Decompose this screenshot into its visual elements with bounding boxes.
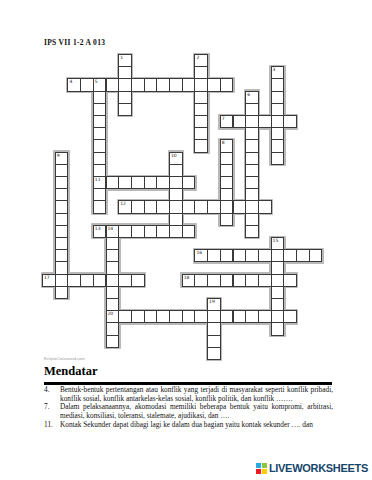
crossword-cell[interactable] — [106, 286, 120, 299]
clue-number-label: 14 — [108, 226, 114, 231]
crossword-cell[interactable] — [55, 286, 69, 299]
crossword-cell[interactable] — [156, 200, 170, 213]
crossword-cell[interactable] — [271, 274, 285, 287]
crossword-cell[interactable] — [220, 188, 234, 201]
crossword-cell[interactable] — [144, 176, 158, 189]
crossword-cell[interactable] — [55, 164, 69, 177]
crossword-cell[interactable] — [194, 78, 208, 91]
crossword-cell[interactable] — [271, 249, 285, 262]
liveworksheets-logo: LIVEWORKSHEETS — [256, 462, 368, 474]
crossword-cell[interactable] — [233, 274, 247, 287]
crossword-cell[interactable] — [245, 164, 259, 177]
crossword-cell[interactable] — [245, 139, 259, 152]
clue-number-label: 7 — [222, 116, 225, 121]
crossword-cell[interactable] — [271, 127, 285, 140]
crossword-grid: 1234567891011121314151617181920 — [0, 0, 372, 372]
crossword-cell[interactable] — [258, 249, 272, 262]
crossword-cell[interactable] — [207, 335, 221, 348]
crossword-cell[interactable] — [55, 200, 69, 213]
clue-item: 7.Dalam pelaksanaannya, akomodasi memili… — [44, 403, 333, 420]
crossword-cell[interactable]: 4 — [67, 78, 81, 91]
crossword-cell[interactable] — [245, 310, 259, 323]
clue-item: 4.Bentuk-bentuk pertentangan atau konfli… — [44, 386, 333, 403]
crossword-cell[interactable] — [131, 225, 145, 238]
crossword-cell[interactable]: 12 — [118, 200, 132, 213]
crossword-cell[interactable] — [93, 127, 107, 140]
crossword-cell[interactable] — [283, 115, 297, 128]
crossword-cell[interactable] — [220, 213, 234, 226]
clue-number-label: 5 — [95, 79, 98, 84]
clue-number-label: 6 — [247, 92, 250, 97]
crossword-cell[interactable] — [144, 78, 158, 91]
worksheet-page: IPS VII 1-2 A 013 1234567891011121314151… — [0, 0, 372, 480]
crossword-cell[interactable] — [245, 188, 259, 201]
crossword-cell[interactable] — [93, 103, 107, 116]
crossword-cell[interactable] — [144, 225, 158, 238]
crossword-cell[interactable] — [194, 310, 208, 323]
crossword-cell[interactable] — [309, 249, 323, 262]
crossword-cell[interactable] — [144, 200, 158, 213]
crossword-cell[interactable]: 10 — [169, 152, 183, 165]
crossword-cell[interactable] — [220, 274, 234, 287]
clue-number-label: 19 — [209, 299, 215, 304]
clue-item-number: 7. — [44, 403, 60, 412]
crossword-cell[interactable] — [55, 249, 69, 262]
crossword-cell[interactable] — [118, 78, 132, 91]
clue-item-number: 11. — [44, 421, 60, 430]
crossword-cell[interactable] — [131, 78, 145, 91]
crossword-cell[interactable] — [245, 274, 259, 287]
clue-item-text: Kontak Sekunder dapat dibagi lagi ke dal… — [60, 421, 333, 430]
crossword-cell[interactable] — [220, 249, 234, 262]
crossword-cell[interactable] — [118, 225, 132, 238]
crossword-cell[interactable] — [156, 310, 170, 323]
crossword-cell[interactable] — [258, 274, 272, 287]
crossword-cell[interactable] — [182, 200, 196, 213]
clue-number-label: 10 — [171, 153, 177, 158]
crossword-cell[interactable] — [55, 225, 69, 238]
crossword-cell[interactable] — [194, 103, 208, 116]
crossword-cell[interactable] — [194, 200, 208, 213]
crossword-cell[interactable] — [106, 322, 120, 335]
crossword-cell[interactable] — [271, 310, 285, 323]
crossword-cell[interactable] — [93, 152, 107, 165]
crossword-cell[interactable] — [55, 213, 69, 226]
clue-number-label: 12 — [120, 201, 126, 206]
crossword-cell[interactable] — [118, 91, 132, 104]
crossword-cell[interactable] — [271, 139, 285, 152]
crossword-cell[interactable] — [271, 152, 285, 165]
crossword-cell[interactable] — [207, 310, 221, 323]
clue-number-label: 16 — [196, 250, 202, 255]
crossword-cell[interactable] — [67, 274, 81, 287]
crossword-cell[interactable] — [220, 200, 234, 213]
clue-number-label: 9 — [57, 153, 60, 158]
crossword-cell[interactable] — [80, 78, 94, 91]
crossword-cell[interactable] — [93, 188, 107, 201]
crossword-cell[interactable] — [182, 225, 196, 238]
crossword-cell[interactable] — [296, 249, 310, 262]
crossword-cell[interactable]: 3 — [271, 66, 285, 79]
crossword-cell[interactable] — [156, 176, 170, 189]
crossword-cell[interactable] — [194, 274, 208, 287]
crossword-cell[interactable]: 18 — [182, 274, 196, 287]
crossword-cell[interactable] — [55, 274, 69, 287]
crossword-cell[interactable] — [106, 261, 120, 274]
crossword-cell[interactable]: 16 — [194, 249, 208, 262]
clue-number-label: 15 — [273, 238, 279, 243]
crossword-cell[interactable] — [55, 261, 69, 274]
crossword-cell[interactable] — [80, 274, 94, 287]
logo-icon-square — [262, 463, 267, 468]
crossword-cell[interactable] — [245, 127, 259, 140]
crossword-cell[interactable] — [194, 66, 208, 79]
liveworksheets-wordmark: LIVEWORKSHEETS — [269, 462, 368, 474]
logo-icon-square — [262, 469, 267, 474]
clue-number-label: 4 — [69, 79, 72, 84]
crossword-cell[interactable] — [131, 310, 145, 323]
crossword-cell[interactable] — [283, 274, 297, 287]
crossword-cell[interactable] — [220, 310, 234, 323]
crossword-cell[interactable] — [233, 249, 247, 262]
clue-number-label: 8 — [222, 140, 225, 145]
crossword-cell[interactable] — [207, 200, 221, 213]
crossword-cell[interactable] — [207, 249, 221, 262]
crossword-cell[interactable] — [258, 115, 272, 128]
crossword-cell[interactable] — [169, 164, 183, 177]
crossword-cell[interactable] — [131, 176, 145, 189]
crossword-cell[interactable] — [194, 91, 208, 104]
crossword-cell[interactable]: 17 — [42, 274, 56, 287]
crossword-cell[interactable] — [106, 274, 120, 287]
crossword-cell[interactable]: 6 — [245, 91, 259, 104]
crossword-cell[interactable] — [220, 164, 234, 177]
crossword-cell[interactable] — [194, 127, 208, 140]
crossword-cell[interactable] — [182, 78, 196, 91]
crossword-cell[interactable] — [182, 176, 196, 189]
crossword-cell[interactable] — [93, 91, 107, 104]
crossword-cell[interactable] — [169, 213, 183, 226]
crossword-cell[interactable] — [106, 176, 120, 189]
crossword-cell[interactable] — [220, 78, 234, 91]
clue-number-label: 13 — [95, 226, 101, 231]
clue-number-label: 2 — [196, 55, 199, 60]
crossword-cell[interactable]: 8 — [220, 139, 234, 152]
crossword-cell[interactable] — [156, 78, 170, 91]
crossword-cell[interactable] — [271, 261, 285, 274]
crossword-cell[interactable] — [207, 78, 221, 91]
clue-item-text: Dalam pelaksanaannya, akomodasi memiliki… — [60, 403, 333, 420]
across-heading: Mendatar — [44, 364, 97, 379]
clue-item-number: 4. — [44, 386, 60, 395]
crossword-cell[interactable] — [245, 213, 259, 226]
crossword-cell[interactable] — [245, 225, 259, 238]
crossword-cell[interactable] — [283, 249, 297, 262]
clue-number-label: 1 — [120, 55, 123, 60]
clue-number-label: 11 — [95, 177, 101, 182]
crossword-cell[interactable]: 9 — [55, 152, 69, 165]
crossword-cell[interactable] — [258, 200, 272, 213]
crossword-cell[interactable] — [245, 249, 259, 262]
crossword-cell[interactable] — [118, 310, 132, 323]
crossword-cell[interactable] — [118, 274, 132, 287]
logo-icon-square — [256, 463, 261, 468]
crossword-cell[interactable] — [271, 103, 285, 116]
clue-number-label: 20 — [108, 311, 114, 316]
crossword-cell[interactable] — [106, 335, 120, 348]
clue-number-label: 18 — [184, 275, 190, 280]
crossword-cell[interactable] — [271, 91, 285, 104]
crossword-cell[interactable] — [169, 225, 183, 238]
crossword-cell[interactable] — [245, 103, 259, 116]
crossword-cell[interactable] — [233, 115, 247, 128]
crossword-cell[interactable] — [233, 200, 247, 213]
crossword-cell[interactable] — [245, 152, 259, 165]
crossword-cell[interactable] — [93, 274, 107, 287]
crossword-cell[interactable] — [169, 310, 183, 323]
clue-number-label: 3 — [273, 67, 276, 72]
crossword-cell[interactable] — [271, 322, 285, 335]
clue-item-text: Bentuk-bentuk pertentangan atau konflik … — [60, 386, 333, 403]
crossword-cell[interactable] — [156, 225, 170, 238]
liveworksheets-grid-icon — [256, 463, 267, 474]
generator-credit: EclipseCrossword.com — [44, 356, 85, 361]
clue-number-label: 17 — [44, 275, 50, 280]
crossword-cell[interactable] — [131, 274, 145, 287]
crossword-cell[interactable] — [144, 310, 158, 323]
crossword-cell[interactable] — [271, 286, 285, 299]
crossword-cell[interactable] — [118, 176, 132, 189]
crossword-cell[interactable] — [93, 200, 107, 213]
crossword-cell[interactable]: 7 — [220, 115, 234, 128]
crossword-cell[interactable]: 14 — [106, 225, 120, 238]
crossword-cell[interactable] — [283, 310, 297, 323]
crossword-cell[interactable]: 5 — [93, 78, 107, 91]
crossword-cell[interactable] — [118, 66, 132, 79]
crossword-cell[interactable] — [93, 139, 107, 152]
crossword-cell[interactable] — [93, 164, 107, 177]
clue-list: 4.Bentuk-bentuk pertentangan atau konfli… — [44, 386, 333, 430]
crossword-cell[interactable] — [258, 310, 272, 323]
crossword-cell[interactable] — [207, 347, 221, 360]
crossword-cell[interactable] — [271, 78, 285, 91]
logo-icon-square — [256, 469, 261, 474]
crossword-cell[interactable] — [118, 103, 132, 116]
crossword-cell[interactable] — [220, 152, 234, 165]
crossword-cell[interactable] — [207, 274, 221, 287]
crossword-cell[interactable] — [55, 188, 69, 201]
crossword-cell[interactable] — [169, 200, 183, 213]
crossword-cell[interactable]: 13 — [93, 225, 107, 238]
crossword-cell[interactable] — [106, 249, 120, 262]
crossword-cell[interactable] — [131, 200, 145, 213]
crossword-cell[interactable] — [194, 139, 208, 152]
crossword-cell[interactable] — [169, 78, 183, 91]
crossword-cell[interactable] — [245, 200, 259, 213]
crossword-cell[interactable] — [169, 188, 183, 201]
crossword-cell[interactable]: 20 — [106, 310, 120, 323]
crossword-cell[interactable] — [106, 78, 120, 91]
crossword-cell[interactable] — [233, 310, 247, 323]
clue-item: 11.Kontak Sekunder dapat dibagi lagi ke … — [44, 421, 333, 430]
crossword-cell[interactable] — [207, 322, 221, 335]
crossword-cell[interactable] — [182, 310, 196, 323]
